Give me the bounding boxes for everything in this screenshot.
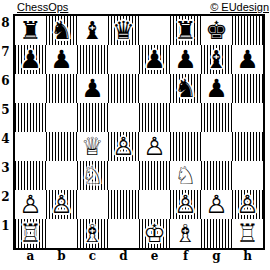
header: ChessOps © EUdesign [0,0,270,14]
square-f2[interactable]: ♙ [170,190,201,219]
square-e5[interactable] [139,103,170,132]
square-e7[interactable]: ♟ [139,45,170,74]
square-g8[interactable]: ♚ [201,16,232,45]
square-b5[interactable] [46,103,77,132]
square-b8[interactable]: ♞ [46,16,77,45]
square-h7[interactable]: ♟ [232,45,263,74]
rank-label-1: 1 [0,219,11,248]
white-pawn: ♙ [15,190,46,219]
file-labels: abcdefgh [15,249,263,267]
file-label-a: a [15,249,46,267]
square-a2[interactable]: ♙ [15,190,46,219]
square-e6[interactable] [139,74,170,103]
square-c5[interactable] [77,103,108,132]
black-pawn: ♟ [232,45,263,74]
square-b3[interactable] [46,161,77,190]
square-d2[interactable] [108,190,139,219]
white-bishop: ♗ [170,219,201,248]
square-g7[interactable]: ♝ [201,45,232,74]
square-h2[interactable]: ♙ [232,190,263,219]
white-pawn: ♙ [139,132,170,161]
rank-label-6: 6 [0,74,11,103]
credit-link[interactable]: © EUdesign [210,1,269,13]
square-c3[interactable]: ♘ [77,161,108,190]
square-h3[interactable] [232,161,263,190]
square-c2[interactable] [77,190,108,219]
file-label-d: d [108,249,139,267]
square-h4[interactable] [232,132,263,161]
square-e1[interactable]: ♔ [139,219,170,248]
square-b4[interactable] [46,132,77,161]
square-b7[interactable]: ♟ [46,45,77,74]
app-title-link[interactable]: ChessOps [17,1,68,13]
square-f4[interactable] [170,132,201,161]
square-g4[interactable] [201,132,232,161]
rank-labels: 87654321 [0,16,11,248]
square-f3[interactable]: ♘ [170,161,201,190]
black-pawn: ♟ [15,45,46,74]
black-pawn: ♟ [170,45,201,74]
square-d8[interactable]: ♛ [108,16,139,45]
square-c1[interactable]: ♗ [77,219,108,248]
black-queen: ♛ [108,16,139,45]
white-king: ♔ [139,219,170,248]
white-rook: ♖ [232,219,263,248]
square-e2[interactable] [139,190,170,219]
black-pawn: ♟ [139,45,170,74]
black-rook: ♜ [15,16,46,45]
square-h1[interactable]: ♖ [232,219,263,248]
white-pawn: ♙ [170,190,201,219]
square-d3[interactable] [108,161,139,190]
file-label-c: c [77,249,108,267]
square-c8[interactable]: ♝ [77,16,108,45]
square-a7[interactable]: ♟ [15,45,46,74]
rank-label-4: 4 [0,132,11,161]
file-label-e: e [139,249,170,267]
square-g2[interactable]: ♙ [201,190,232,219]
square-c4[interactable]: ♕ [77,132,108,161]
square-g6[interactable]: ♟ [201,74,232,103]
black-pawn: ♟ [46,45,77,74]
square-h5[interactable] [232,103,263,132]
rank-label-2: 2 [0,190,11,219]
black-knight: ♞ [46,16,77,45]
black-king: ♚ [201,16,232,45]
file-label-f: f [170,249,201,267]
square-c6[interactable]: ♟ [77,74,108,103]
black-rook: ♜ [170,16,201,45]
black-pawn: ♟ [77,74,108,103]
square-e3[interactable] [139,161,170,190]
white-bishop: ♗ [77,219,108,248]
square-f7[interactable]: ♟ [170,45,201,74]
square-a6[interactable] [15,74,46,103]
file-label-h: h [232,249,263,267]
square-b6[interactable] [46,74,77,103]
rank-label-8: 8 [0,16,11,45]
rank-label-3: 3 [0,161,11,190]
square-e8[interactable] [139,16,170,45]
white-pawn: ♙ [46,190,77,219]
square-g5[interactable] [201,103,232,132]
square-g1[interactable] [201,219,232,248]
chessops-diagram: ChessOps © EUdesign 87654321 ♜♞♝♛♜♚♟♟♟♟♝… [0,0,270,270]
white-knight: ♘ [170,161,201,190]
square-a5[interactable] [15,103,46,132]
square-g3[interactable] [201,161,232,190]
file-label-b: b [46,249,77,267]
square-d5[interactable] [108,103,139,132]
square-f5[interactable] [170,103,201,132]
black-bishop: ♝ [77,16,108,45]
white-rook: ♖ [15,219,46,248]
square-a1[interactable]: ♖ [15,219,46,248]
square-a3[interactable] [15,161,46,190]
square-a8[interactable]: ♜ [15,16,46,45]
square-f1[interactable]: ♗ [170,219,201,248]
square-d6[interactable] [108,74,139,103]
black-bishop: ♝ [201,45,232,74]
white-knight: ♘ [77,161,108,190]
rank-label-5: 5 [0,103,11,132]
square-d4[interactable]: ♙ [108,132,139,161]
chess-board: ♜♞♝♛♜♚♟♟♟♟♝♟♟♞♟♕♙♙♘♘♙♙♙♙♙♖♗♔♗♖ [13,14,265,250]
square-b1[interactable] [46,219,77,248]
black-knight: ♞ [170,74,201,103]
white-pawn: ♙ [201,190,232,219]
square-d1[interactable] [108,219,139,248]
square-f8[interactable]: ♜ [170,16,201,45]
white-pawn: ♙ [232,190,263,219]
white-pawn: ♙ [108,132,139,161]
square-c7[interactable] [77,45,108,74]
file-label-g: g [201,249,232,267]
white-queen: ♕ [77,132,108,161]
square-h8[interactable] [232,16,263,45]
square-e4[interactable]: ♙ [139,132,170,161]
square-b2[interactable]: ♙ [46,190,77,219]
square-d7[interactable] [108,45,139,74]
square-a4[interactable] [15,132,46,161]
rank-label-7: 7 [0,45,11,74]
black-pawn: ♟ [201,74,232,103]
square-f6[interactable]: ♞ [170,74,201,103]
square-h6[interactable] [232,74,263,103]
